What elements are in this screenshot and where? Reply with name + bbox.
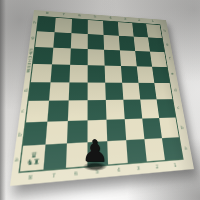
board-square[interactable]	[123, 100, 142, 119]
coord-label: 2	[156, 164, 159, 170]
board-square[interactable]	[146, 24, 162, 38]
coord-label: 3	[124, 18, 126, 21]
board-square[interactable]	[88, 82, 106, 101]
board-square[interactable]	[33, 47, 53, 64]
coord-label: b	[18, 132, 22, 137]
board-square[interactable]	[26, 101, 49, 123]
board-square[interactable]	[88, 20, 104, 35]
coord-label: c	[21, 110, 24, 115]
board-square[interactable]	[71, 19, 87, 34]
coord-label: 8	[46, 12, 49, 15]
coord-label: 5	[94, 16, 96, 19]
board-square[interactable]	[37, 17, 56, 32]
coord-label: 7	[62, 13, 65, 16]
board-square[interactable]	[107, 140, 128, 164]
board-square[interactable]	[43, 144, 66, 170]
board-square[interactable]	[45, 121, 67, 144]
board-square[interactable]	[70, 48, 88, 65]
board-square[interactable]	[105, 65, 123, 82]
black-pawn-a5[interactable]: ♟	[80, 137, 110, 173]
coord-label: h	[33, 21, 36, 24]
board-square[interactable]	[118, 22, 134, 36]
coord-label: h	[164, 30, 166, 33]
coord-label: 7	[52, 173, 56, 179]
coord-label: 3	[137, 166, 140, 172]
photo-background: 87654321 87654321 hgfedcba hgfedcba US C…	[0, 0, 200, 200]
board-square[interactable]	[88, 34, 104, 50]
coord-label: 8	[28, 175, 32, 181]
coord-label: g	[166, 43, 169, 46]
coord-label: e	[171, 73, 174, 77]
board-square[interactable]	[49, 82, 69, 101]
board-square[interactable]	[125, 119, 145, 140]
board-square[interactable]	[119, 36, 135, 51]
coord-label: d	[174, 89, 177, 93]
board-square[interactable]	[35, 31, 54, 47]
coord-label: c	[177, 107, 180, 111]
board-square[interactable]	[88, 65, 106, 82]
board-square[interactable]	[53, 32, 71, 48]
board-square[interactable]	[47, 101, 68, 122]
board-square[interactable]	[157, 100, 176, 119]
coord-label: 1	[174, 163, 177, 168]
maker-logo-icon: ♛ ♞♜	[23, 147, 44, 171]
coord-label: b	[181, 126, 184, 131]
board-square[interactable]	[51, 64, 71, 82]
board-square[interactable]	[88, 49, 105, 65]
board-square[interactable]	[52, 47, 71, 64]
board-square[interactable]	[106, 100, 125, 120]
coord-label: 2	[138, 19, 140, 22]
coord-label: 4	[117, 168, 120, 174]
board-square[interactable]	[103, 21, 119, 36]
coord-label: f	[169, 57, 171, 60]
board-square[interactable]	[68, 101, 88, 122]
board-square[interactable]	[69, 64, 87, 82]
board-square[interactable]	[88, 100, 107, 120]
board-square[interactable]	[121, 66, 139, 83]
board-square[interactable]	[71, 33, 88, 49]
board-square[interactable]	[159, 118, 179, 139]
coord-label: 4	[109, 17, 111, 20]
board-square[interactable]	[104, 35, 120, 50]
board-square[interactable]	[69, 82, 88, 101]
board-square[interactable]	[154, 82, 172, 99]
board-square[interactable]	[55, 18, 72, 33]
board-square[interactable]	[148, 37, 164, 52]
board-square[interactable]	[152, 66, 169, 82]
board-square[interactable]	[23, 122, 47, 146]
coord-label: a	[184, 146, 187, 151]
board-square[interactable]	[122, 82, 140, 100]
board-square[interactable]	[31, 64, 52, 82]
board-square[interactable]	[29, 82, 51, 102]
coord-label: 1	[152, 20, 154, 23]
board-square[interactable]	[120, 50, 137, 66]
coord-label: g	[31, 36, 34, 40]
board-square[interactable]	[150, 51, 167, 66]
logo-row-2: ♞♜	[27, 158, 40, 166]
board-square[interactable]	[126, 139, 147, 163]
coord-label: 6	[75, 171, 78, 177]
black-pawn-icon[interactable]: ♟	[80, 135, 110, 167]
coord-label: a	[15, 157, 19, 163]
board-square[interactable]	[104, 50, 121, 66]
coord-label: 6	[79, 14, 81, 17]
board-square[interactable]	[105, 82, 123, 100]
